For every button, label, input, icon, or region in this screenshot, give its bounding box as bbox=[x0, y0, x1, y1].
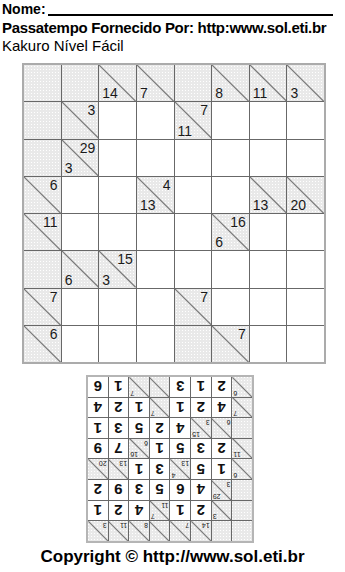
solution-cell-r8c4-entry: 3 bbox=[171, 377, 191, 397]
main-cell-r3c2-clue: 293 bbox=[62, 140, 99, 176]
across-clue: 6 bbox=[233, 471, 237, 479]
across-clue: 29 bbox=[213, 492, 221, 500]
down-clue: 6 bbox=[65, 273, 73, 287]
down-clue: 7 bbox=[140, 86, 148, 100]
across-clue: 6 bbox=[233, 389, 237, 397]
solution-cell-r8c2-entry: 2 bbox=[212, 377, 232, 397]
solution-digit: 9 bbox=[109, 480, 129, 500]
across-clue: 3 bbox=[87, 103, 95, 117]
solution-cell-r7c6-entry: 1 bbox=[129, 398, 149, 418]
main-cell-r7c6-entry[interactable] bbox=[212, 289, 249, 325]
main-cell-r6c4-entry[interactable] bbox=[137, 251, 174, 287]
solution-digit: 2 bbox=[109, 398, 129, 418]
solution-cell-r5c7-entry: 7 bbox=[109, 439, 129, 459]
main-cell-r7c2-entry[interactable] bbox=[62, 289, 99, 325]
main-cell-r2c2-clue: 3 bbox=[62, 102, 99, 138]
solution-cell-r8c3-entry: 1 bbox=[191, 377, 211, 397]
main-cell-r2c7-entry[interactable] bbox=[250, 102, 287, 138]
solution-cell-r2c2-clue: 3 bbox=[212, 501, 232, 521]
solution-digit: 1 bbox=[109, 377, 129, 397]
solution-digit: 2 bbox=[191, 501, 211, 521]
solution-cell-r4c3-entry: 5 bbox=[191, 460, 211, 480]
solution-cell-r6c3-clue: 153 bbox=[191, 418, 211, 438]
main-cell-r8c1-clue: 6 bbox=[24, 326, 61, 362]
clue-diagonal bbox=[150, 377, 170, 397]
main-cell-r5c1-clue: 11 bbox=[24, 214, 61, 250]
solution-cell-r5c2-entry: 2 bbox=[212, 439, 232, 459]
main-cell-r2c3-entry[interactable] bbox=[99, 102, 136, 138]
main-cell-r3c4-entry[interactable] bbox=[137, 140, 174, 176]
main-cell-r5c8-entry[interactable] bbox=[287, 214, 324, 250]
main-cell-r3c1-blank bbox=[24, 140, 61, 176]
solution-digit: 9 bbox=[88, 439, 108, 459]
solution-cell-r1c4-clue: 7 bbox=[171, 521, 191, 541]
kakuro-solution-grid: 1478113321711421293465392615413311320112… bbox=[86, 375, 254, 543]
main-cell-r4c7-clue: 13 bbox=[250, 177, 287, 213]
main-cell-r5c4-entry[interactable] bbox=[137, 214, 174, 250]
solution-digit: 2 bbox=[88, 480, 108, 500]
main-cell-r5c7-entry[interactable] bbox=[250, 214, 287, 250]
main-cell-r4c2-entry[interactable] bbox=[62, 177, 99, 213]
main-cell-r1c8-clue: 3 bbox=[287, 65, 324, 101]
solution-digit: 4 bbox=[129, 501, 149, 521]
solution-digit: 1 bbox=[150, 439, 170, 459]
solution-cell-r5c8-entry: 9 bbox=[88, 439, 108, 459]
solution-digit: 7 bbox=[109, 439, 129, 459]
main-cell-r7c8-entry[interactable] bbox=[287, 289, 324, 325]
solution-digit: 2 bbox=[150, 418, 170, 438]
solution-digit: 3 bbox=[150, 460, 170, 480]
main-cell-r8c6-clue: 7 bbox=[212, 326, 249, 362]
main-cell-r7c5-clue: 7 bbox=[175, 289, 212, 325]
clue-diagonal bbox=[150, 521, 170, 541]
main-cell-r8c2-entry[interactable] bbox=[62, 326, 99, 362]
main-cell-r1c2-blank bbox=[62, 65, 99, 101]
main-cell-r4c4-clue: 413 bbox=[137, 177, 174, 213]
main-cell-r1c1-blank bbox=[24, 65, 61, 101]
main-cell-r4c6-entry[interactable] bbox=[212, 177, 249, 213]
main-cell-r6c2-clue: 6 bbox=[62, 251, 99, 287]
down-clue: 6 bbox=[144, 439, 148, 447]
solution-cell-r1c5-blank bbox=[150, 521, 170, 541]
main-cell-r1c7-clue: 11 bbox=[250, 65, 287, 101]
main-cell-r5c5-entry[interactable] bbox=[175, 214, 212, 250]
across-clue: 7 bbox=[50, 290, 58, 304]
solution-digit: 6 bbox=[171, 480, 191, 500]
solution-cell-r2c7-entry: 2 bbox=[109, 501, 129, 521]
main-cell-r8c7-entry[interactable] bbox=[250, 326, 287, 362]
main-cell-r6c6-entry[interactable] bbox=[212, 251, 249, 287]
solution-digit: 5 bbox=[150, 480, 170, 500]
down-clue: 3 bbox=[102, 273, 110, 287]
solution-digit: 1 bbox=[171, 501, 191, 521]
solution-cell-r1c6-clue: 8 bbox=[129, 521, 149, 541]
solution-cell-r3c1-blank bbox=[232, 480, 252, 500]
solution-cell-r1c2-blank bbox=[212, 521, 232, 541]
solution-cell-r8c5-blank bbox=[150, 377, 170, 397]
main-cell-r2c4-entry[interactable] bbox=[137, 102, 174, 138]
kakuro-puzzle-grid: 14781133711293641313201116661537767 bbox=[22, 63, 326, 364]
main-cell-r3c7-entry[interactable] bbox=[250, 140, 287, 176]
down-clue: 6 bbox=[226, 418, 230, 426]
across-clue: 7 bbox=[233, 409, 237, 417]
main-cell-r4c1-clue: 6 bbox=[24, 177, 61, 213]
main-cell-r3c5-entry[interactable] bbox=[175, 140, 212, 176]
solution-digit: 2 bbox=[191, 398, 211, 418]
solution-cell-r6c5-entry: 2 bbox=[150, 418, 170, 438]
solution-cell-r1c1-blank bbox=[232, 521, 252, 541]
main-cell-r4c3-entry[interactable] bbox=[99, 177, 136, 213]
down-clue: 6 bbox=[215, 235, 223, 249]
solution-digit: 3 bbox=[129, 480, 149, 500]
name-label: Nome: bbox=[2, 1, 46, 17]
main-cell-r3c3-entry[interactable] bbox=[99, 140, 136, 176]
across-clue: 15 bbox=[192, 430, 200, 438]
solution-cell-r6c7-entry: 3 bbox=[109, 418, 129, 438]
solution-cell-r1c8-clue: 3 bbox=[88, 521, 108, 541]
down-clue: 14 bbox=[202, 521, 210, 529]
across-clue: 7 bbox=[200, 103, 208, 117]
solution-cell-r3c7-entry: 9 bbox=[109, 480, 129, 500]
across-clue: 7 bbox=[200, 290, 208, 304]
solution-cell-r5c6-clue: 166 bbox=[129, 439, 149, 459]
solution-cell-r3c4-entry: 6 bbox=[171, 480, 191, 500]
main-cell-r2c1-blank bbox=[24, 102, 61, 138]
solution-cell-r6c1-blank bbox=[232, 418, 252, 438]
down-clue: 8 bbox=[215, 86, 223, 100]
page-title: Kakuro Nível Fácil bbox=[2, 37, 124, 54]
solution-digit: 4 bbox=[212, 398, 232, 418]
main-cell-r6c7-entry[interactable] bbox=[250, 251, 287, 287]
across-clue: 3 bbox=[213, 512, 217, 520]
main-cell-r1c3-clue: 14 bbox=[99, 65, 136, 101]
solution-cell-r8c8-entry: 6 bbox=[88, 377, 108, 397]
solution-cell-r4c2-entry: 1 bbox=[212, 460, 232, 480]
solution-cell-r2c4-entry: 1 bbox=[171, 501, 191, 521]
solution-cell-r2c8-entry: 1 bbox=[88, 501, 108, 521]
solution-digit: 1 bbox=[212, 460, 232, 480]
solution-digit: 1 bbox=[129, 398, 149, 418]
down-clue: 8 bbox=[144, 521, 148, 529]
solution-digit: 4 bbox=[171, 418, 191, 438]
down-clue: 11 bbox=[253, 86, 268, 100]
solution-cell-r5c1-clue: 11 bbox=[232, 439, 252, 459]
solution-cell-r6c2-clue: 6 bbox=[212, 418, 232, 438]
across-clue: 16 bbox=[130, 451, 138, 459]
across-clue: 7 bbox=[151, 512, 155, 520]
across-clue: 7 bbox=[151, 409, 155, 417]
solution-cell-r3c6-entry: 3 bbox=[129, 480, 149, 500]
solution-cell-r7c8-entry: 4 bbox=[88, 398, 108, 418]
down-clue: 3 bbox=[226, 480, 230, 488]
across-clue: 11 bbox=[233, 451, 240, 459]
down-clue: 3 bbox=[65, 161, 73, 175]
solution-cell-r3c5-entry: 5 bbox=[150, 480, 170, 500]
solution-digit: 2 bbox=[212, 377, 232, 397]
solution-cell-r7c5-clue: 7 bbox=[150, 398, 170, 418]
solution-cell-r4c6-entry: 1 bbox=[129, 460, 149, 480]
main-cell-r1c4-clue: 7 bbox=[137, 65, 174, 101]
across-clue: 7 bbox=[238, 327, 246, 341]
solution-digit: 1 bbox=[129, 460, 149, 480]
solution-cell-r3c8-entry: 2 bbox=[88, 480, 108, 500]
across-clue: 6 bbox=[50, 178, 58, 192]
solution-digit: 4 bbox=[88, 398, 108, 418]
down-clue: 3 bbox=[103, 521, 107, 529]
down-clue: 20 bbox=[99, 460, 107, 468]
solution-cell-r8c6-clue: 7 bbox=[129, 377, 149, 397]
across-clue: 6 bbox=[50, 327, 58, 341]
provider-line: Passatempo Fornecido Por: http:www.sol.e… bbox=[2, 19, 326, 36]
solution-cell-r8c7-entry: 1 bbox=[109, 377, 129, 397]
down-clue: 13 bbox=[140, 198, 156, 212]
solution-digit: 5 bbox=[129, 418, 149, 438]
solution-digit: 3 bbox=[109, 418, 129, 438]
main-cell-r7c7-entry[interactable] bbox=[250, 289, 287, 325]
copyright: Copyright © http://www.sol.eti.br bbox=[0, 547, 345, 567]
solution-digit: 4 bbox=[191, 480, 211, 500]
solution-digit: 5 bbox=[191, 460, 211, 480]
main-cell-r3c6-entry[interactable] bbox=[212, 140, 249, 176]
solution-cell-r4c7-clue: 13 bbox=[109, 460, 129, 480]
solution-cell-r4c1-clue: 6 bbox=[232, 460, 252, 480]
solution-digit: 1 bbox=[191, 377, 211, 397]
solution-cell-r6c8-entry: 1 bbox=[88, 418, 108, 438]
down-clue: 13 bbox=[119, 460, 127, 468]
solution-digit: 5 bbox=[171, 439, 191, 459]
main-cell-r5c3-entry[interactable] bbox=[99, 214, 136, 250]
main-cell-r7c3-entry[interactable] bbox=[99, 289, 136, 325]
down-clue: 13 bbox=[181, 460, 189, 468]
down-clue: 7 bbox=[185, 521, 189, 529]
solution-cell-r7c7-entry: 2 bbox=[109, 398, 129, 418]
main-cell-r6c3-clue: 153 bbox=[99, 251, 136, 287]
solution-cell-r2c5-clue: 711 bbox=[150, 501, 170, 521]
solution-cell-r5c4-entry: 5 bbox=[171, 439, 191, 459]
solution-cell-r7c3-entry: 2 bbox=[191, 398, 211, 418]
solution-cell-r7c1-clue: 7 bbox=[232, 398, 252, 418]
solution-cell-r2c3-entry: 2 bbox=[191, 501, 211, 521]
name-underline bbox=[48, 14, 333, 16]
solution-cell-r4c4-clue: 413 bbox=[171, 460, 191, 480]
solution-cell-r3c3-entry: 4 bbox=[191, 480, 211, 500]
solution-cell-r1c7-clue: 11 bbox=[109, 521, 129, 541]
main-cell-r8c5-blank bbox=[175, 326, 212, 362]
main-cell-r8c3-entry[interactable] bbox=[99, 326, 136, 362]
main-cell-r4c8-clue: 20 bbox=[287, 177, 324, 213]
across-clue: 11 bbox=[43, 215, 58, 229]
solution-cell-r6c4-entry: 4 bbox=[171, 418, 191, 438]
solution-cell-r4c5-entry: 3 bbox=[150, 460, 170, 480]
main-cell-r6c1-blank bbox=[24, 251, 61, 287]
solution-cell-r5c5-entry: 1 bbox=[150, 439, 170, 459]
main-cell-r5c2-entry[interactable] bbox=[62, 214, 99, 250]
solution-digit: 1 bbox=[88, 418, 108, 438]
down-clue: 11 bbox=[120, 521, 127, 529]
main-cell-r7c1-clue: 7 bbox=[24, 289, 61, 325]
down-clue: 3 bbox=[206, 418, 210, 426]
down-clue: 13 bbox=[253, 198, 269, 212]
main-cell-r6c8-entry[interactable] bbox=[287, 251, 324, 287]
solution-digit: 3 bbox=[171, 377, 191, 397]
solution-cell-r7c2-entry: 4 bbox=[212, 398, 232, 418]
solution-cell-r6c6-entry: 5 bbox=[129, 418, 149, 438]
solution-cell-r2c6-entry: 4 bbox=[129, 501, 149, 521]
solution-digit: 1 bbox=[88, 501, 108, 521]
main-cell-r8c4-entry[interactable] bbox=[137, 326, 174, 362]
solution-cell-r2c1-blank bbox=[232, 501, 252, 521]
solution-cell-r5c3-entry: 3 bbox=[191, 439, 211, 459]
across-clue: 4 bbox=[163, 178, 171, 192]
main-cell-r2c5-clue: 711 bbox=[175, 102, 212, 138]
solution-digit: 2 bbox=[212, 439, 232, 459]
solution-cell-r8c1-clue: 6 bbox=[232, 377, 252, 397]
main-cell-r2c8-entry[interactable] bbox=[287, 102, 324, 138]
across-clue: 29 bbox=[80, 141, 96, 155]
solution-digit: 3 bbox=[191, 439, 211, 459]
across-clue: 7 bbox=[130, 389, 134, 397]
main-cell-r6c5-entry[interactable] bbox=[175, 251, 212, 287]
solution-digit: 6 bbox=[88, 377, 108, 397]
across-clue: 4 bbox=[172, 471, 176, 479]
main-cell-r5c6-clue: 166 bbox=[212, 214, 249, 250]
solution-cell-r1c3-clue: 14 bbox=[191, 521, 211, 541]
solution-digit: 2 bbox=[109, 501, 129, 521]
solution-cell-r7c4-entry: 1 bbox=[171, 398, 191, 418]
name-row: Nome: bbox=[2, 1, 333, 17]
solution-cell-r4c8-clue: 20 bbox=[88, 460, 108, 480]
down-clue: 3 bbox=[290, 86, 298, 100]
main-cell-r7c4-entry[interactable] bbox=[137, 289, 174, 325]
main-cell-r8c8-entry[interactable] bbox=[287, 326, 324, 362]
solution-digit: 1 bbox=[171, 398, 191, 418]
solution-cell-r3c2-clue: 293 bbox=[212, 480, 232, 500]
down-clue: 20 bbox=[290, 198, 306, 212]
main-cell-r1c6-clue: 8 bbox=[212, 65, 249, 101]
main-cell-r3c8-entry[interactable] bbox=[287, 140, 324, 176]
down-clue: 11 bbox=[161, 501, 168, 509]
main-cell-r1c5-blank bbox=[175, 65, 212, 101]
down-clue: 11 bbox=[178, 124, 193, 138]
main-cell-r4c5-entry[interactable] bbox=[175, 177, 212, 213]
across-clue: 15 bbox=[117, 252, 133, 266]
across-clue: 16 bbox=[230, 215, 246, 229]
down-clue: 14 bbox=[102, 86, 118, 100]
main-cell-r2c6-entry[interactable] bbox=[212, 102, 249, 138]
